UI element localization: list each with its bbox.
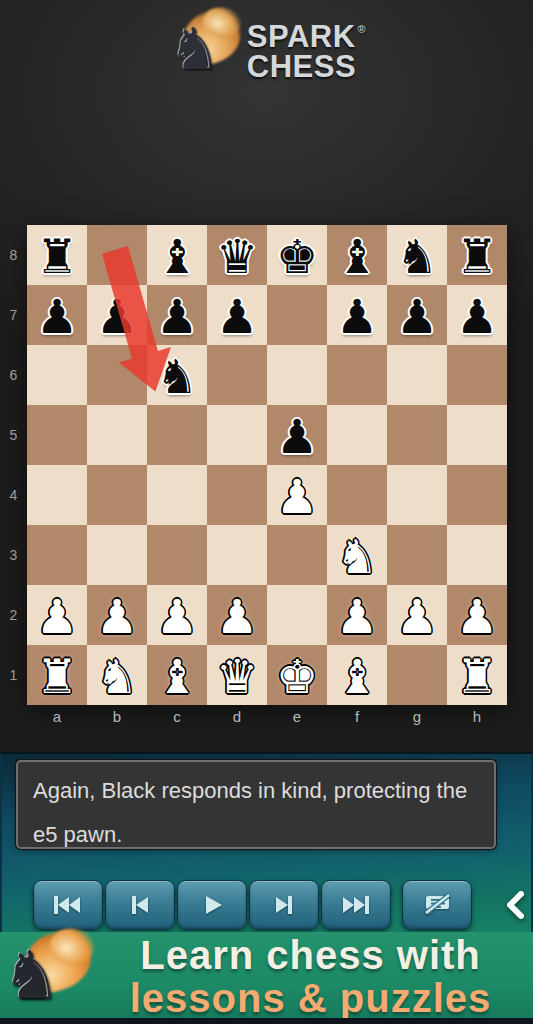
white-pawn-b2: ♟: [87, 585, 147, 645]
square-b2[interactable]: ♟: [87, 585, 147, 645]
square-b8[interactable]: [87, 225, 147, 285]
square-d5[interactable]: [207, 405, 267, 465]
black-pawn-f7: ♟: [327, 285, 387, 345]
step-forward-button[interactable]: [249, 880, 319, 930]
file-labels: abcdefgh: [27, 707, 507, 729]
brand-title: SPARK® CHESS: [247, 14, 366, 82]
square-h3[interactable]: [447, 525, 507, 585]
square-h5[interactable]: [447, 405, 507, 465]
square-a2[interactable]: ♟: [27, 585, 87, 645]
rank-label-1: 1: [0, 645, 27, 705]
white-knight-b1: ♞: [87, 645, 147, 705]
rank-label-6: 6: [0, 345, 27, 405]
square-e4[interactable]: ♟: [267, 465, 327, 525]
commentary-text: Again, Black responds in kind, protectin…: [33, 778, 467, 847]
square-c8[interactable]: ♝: [147, 225, 207, 285]
white-bishop-c1: ♝: [147, 645, 207, 705]
skip-to-end-icon: [339, 893, 373, 917]
playback-controls: [33, 880, 472, 930]
square-c1[interactable]: ♝: [147, 645, 207, 705]
square-c6[interactable]: ♞: [147, 345, 207, 405]
square-g8[interactable]: ♞: [387, 225, 447, 285]
square-c7[interactable]: ♟: [147, 285, 207, 345]
square-f5[interactable]: [327, 405, 387, 465]
file-label-g: g: [387, 707, 447, 729]
file-label-b: b: [87, 707, 147, 729]
white-pawn-c2: ♟: [147, 585, 207, 645]
square-h7[interactable]: ♟: [447, 285, 507, 345]
chevron-left-icon: [503, 889, 527, 921]
black-pawn-e5: ♟: [267, 405, 327, 465]
banner-logo: ♞: [2, 932, 98, 1018]
step-forward-icon: [267, 893, 301, 917]
square-c5[interactable]: [147, 405, 207, 465]
square-c2[interactable]: ♟: [147, 585, 207, 645]
black-pawn-c7: ♟: [147, 285, 207, 345]
square-e7[interactable]: [267, 285, 327, 345]
toggle-commentary-button[interactable]: [402, 880, 472, 930]
square-f7[interactable]: ♟: [327, 285, 387, 345]
black-pawn-h7: ♟: [447, 285, 507, 345]
sparkchess-logo: ♞: [167, 9, 245, 87]
square-g2[interactable]: ♟: [387, 585, 447, 645]
square-b7[interactable]: ♟: [87, 285, 147, 345]
rank-label-5: 5: [0, 405, 27, 465]
rank-label-4: 4: [0, 465, 27, 525]
square-a7[interactable]: ♟: [27, 285, 87, 345]
black-pawn-b7: ♟: [87, 285, 147, 345]
square-g6[interactable]: [387, 345, 447, 405]
square-b1[interactable]: ♞: [87, 645, 147, 705]
square-h6[interactable]: [447, 345, 507, 405]
square-b5[interactable]: [87, 405, 147, 465]
knight-logo-icon: ♞: [169, 17, 221, 81]
file-label-d: d: [207, 707, 267, 729]
square-c4[interactable]: [147, 465, 207, 525]
square-f8[interactable]: ♝: [327, 225, 387, 285]
black-knight-g8: ♞: [387, 225, 447, 285]
rank-label-7: 7: [0, 285, 27, 345]
file-label-e: e: [267, 707, 327, 729]
commentary-box: Again, Black responds in kind, protectin…: [16, 760, 496, 849]
square-g7[interactable]: ♟: [387, 285, 447, 345]
registered-mark: ®: [358, 23, 367, 35]
square-c3[interactable]: [147, 525, 207, 585]
square-e6[interactable]: [267, 345, 327, 405]
board-zone: 87654321 ♜♝♛♚♝♞♜♟♟♟♟♟♟♟♞♟♟♞♟♟♟♟♟♟♟♜♞♝♛♚♝…: [0, 225, 533, 729]
white-bishop-f1: ♝: [327, 645, 387, 705]
square-a6[interactable]: [27, 345, 87, 405]
banner-text: Learn chess with lessons & puzzles: [88, 933, 533, 1019]
white-king-e1: ♚: [267, 645, 327, 705]
black-rook-h8: ♜: [447, 225, 507, 285]
banner-bottom-strip: [0, 1018, 533, 1024]
play-button[interactable]: [177, 880, 247, 930]
skip-to-start-icon: [51, 893, 85, 917]
black-king-e8: ♚: [267, 225, 327, 285]
square-a3[interactable]: [27, 525, 87, 585]
file-label-c: c: [147, 707, 207, 729]
black-pawn-d7: ♟: [207, 285, 267, 345]
square-a1[interactable]: ♜: [27, 645, 87, 705]
promo-banner[interactable]: ♞ Learn chess with lessons & puzzles: [0, 932, 533, 1024]
brand-line2: CHESS: [247, 52, 366, 82]
square-d4[interactable]: [207, 465, 267, 525]
white-pawn-h2: ♟: [447, 585, 507, 645]
square-h4[interactable]: [447, 465, 507, 525]
banner-line1: Learn chess with: [88, 933, 533, 977]
square-e3[interactable]: [267, 525, 327, 585]
black-bishop-c8: ♝: [147, 225, 207, 285]
commentary-muted-icon: [420, 892, 454, 918]
square-d7[interactable]: ♟: [207, 285, 267, 345]
sparkchess-app: ♞ SPARK® CHESS 87654321 ♜♝♛♚♝♞♜♟♟♟♟♟♟♟♞♟…: [0, 0, 533, 1024]
skip-to-start-button[interactable]: [33, 880, 103, 930]
black-bishop-f8: ♝: [327, 225, 387, 285]
white-pawn-f2: ♟: [327, 585, 387, 645]
square-f4[interactable]: [327, 465, 387, 525]
step-back-button[interactable]: [105, 880, 175, 930]
black-pawn-a7: ♟: [27, 285, 87, 345]
square-f2[interactable]: ♟: [327, 585, 387, 645]
square-f1[interactable]: ♝: [327, 645, 387, 705]
play-icon: [195, 893, 229, 917]
rank-labels: 87654321: [0, 225, 27, 705]
banner-line2: lessons & puzzles: [88, 977, 533, 1019]
white-pawn-e4: ♟: [267, 465, 327, 525]
square-h2[interactable]: ♟: [447, 585, 507, 645]
file-label-h: h: [447, 707, 507, 729]
square-h1[interactable]: ♜: [447, 645, 507, 705]
black-rook-a8: ♜: [27, 225, 87, 285]
white-knight-f3: ♞: [327, 525, 387, 585]
knight-logo-icon: ♞: [2, 940, 61, 1012]
file-label-f: f: [327, 707, 387, 729]
white-rook-a1: ♜: [27, 645, 87, 705]
rank-label-8: 8: [0, 225, 27, 285]
square-e5[interactable]: ♟: [267, 405, 327, 465]
square-d8[interactable]: ♛: [207, 225, 267, 285]
black-queen-d8: ♛: [207, 225, 267, 285]
rank-label-2: 2: [0, 585, 27, 645]
white-rook-h1: ♜: [447, 645, 507, 705]
black-knight-c6: ♞: [147, 345, 207, 405]
square-g1[interactable]: [387, 645, 447, 705]
black-pawn-g7: ♟: [387, 285, 447, 345]
square-f3[interactable]: ♞: [327, 525, 387, 585]
square-a5[interactable]: [27, 405, 87, 465]
square-d3[interactable]: [207, 525, 267, 585]
board-grid: ♜♝♛♚♝♞♜♟♟♟♟♟♟♟♞♟♟♞♟♟♟♟♟♟♟♜♞♝♛♚♝♜: [27, 225, 507, 705]
square-b3[interactable]: [87, 525, 147, 585]
square-a4[interactable]: [27, 465, 87, 525]
drawer-handle[interactable]: [501, 882, 529, 928]
app-header: ♞ SPARK® CHESS: [0, 0, 533, 96]
square-d1[interactable]: ♛: [207, 645, 267, 705]
square-e1[interactable]: ♚: [267, 645, 327, 705]
square-g4[interactable]: [387, 465, 447, 525]
white-queen-d1: ♛: [207, 645, 267, 705]
rank-label-3: 3: [0, 525, 27, 585]
square-e2[interactable]: [267, 585, 327, 645]
white-pawn-a2: ♟: [27, 585, 87, 645]
white-pawn-g2: ♟: [387, 585, 447, 645]
file-label-a: a: [27, 707, 87, 729]
square-g5[interactable]: [387, 405, 447, 465]
square-a8[interactable]: ♜: [27, 225, 87, 285]
square-d6[interactable]: [207, 345, 267, 405]
square-e8[interactable]: ♚: [267, 225, 327, 285]
square-d2[interactable]: ♟: [207, 585, 267, 645]
lower-panel: Again, Black responds in kind, protectin…: [0, 752, 533, 1024]
step-back-icon: [123, 893, 157, 917]
square-h8[interactable]: ♜: [447, 225, 507, 285]
skip-to-end-button[interactable]: [321, 880, 391, 930]
square-g3[interactable]: [387, 525, 447, 585]
white-pawn-d2: ♟: [207, 585, 267, 645]
square-b4[interactable]: [87, 465, 147, 525]
square-f6[interactable]: [327, 345, 387, 405]
square-b6[interactable]: [87, 345, 147, 405]
